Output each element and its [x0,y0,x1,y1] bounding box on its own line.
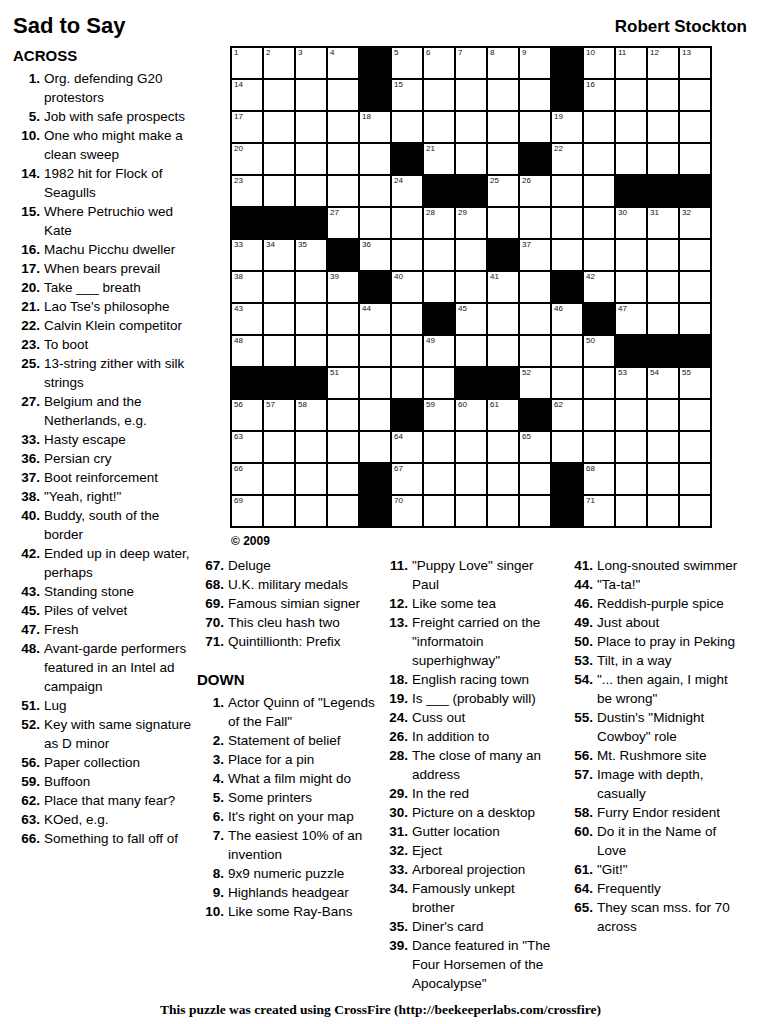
grid-cell[interactable]: 12 [648,48,678,78]
grid-cell[interactable] [520,304,550,334]
grid-cell[interactable]: 16 [584,80,614,110]
grid-cell[interactable]: 38 [232,272,262,302]
clue-text: Long-snouted swimmer [597,556,738,575]
cell-number: 59 [426,400,435,410]
grid-cell[interactable]: 56 [232,400,262,430]
grid-cell[interactable]: 42 [584,272,614,302]
grid-cell[interactable]: 11 [616,48,646,78]
grid-cell[interactable] [680,144,710,174]
clue-number: 64. [566,879,597,898]
grid-cell[interactable] [616,400,646,430]
across-clue-5: 5.Job with safe prospects [13,107,193,126]
grid-cell[interactable]: 35 [296,240,326,270]
grid-cell[interactable] [680,432,710,462]
grid-cell[interactable] [648,304,678,334]
grid-cell[interactable] [552,336,582,366]
grid-cell[interactable] [328,496,358,526]
cell-number: 3 [298,48,302,58]
across-clue-21: 21.Lao Tse's philosophe [13,297,193,316]
grid-cell[interactable] [488,464,518,494]
grid-cell[interactable]: 63 [232,432,262,462]
grid-cell[interactable]: 57 [264,400,294,430]
grid-cell[interactable] [584,240,614,270]
grid-cell[interactable] [456,336,486,366]
clue-text: English racing town [412,670,561,689]
cell-number: 42 [586,272,595,282]
grid-cell[interactable]: 50 [584,336,614,366]
clue-number: 8. [197,864,228,883]
down-clue-57: 57.Image with depth, casually [566,765,738,803]
black-cell [360,496,390,526]
clue-text: In addition to [412,727,561,746]
grid-cell[interactable]: 18 [360,112,390,142]
cell-number: 68 [586,464,595,474]
grid-cell[interactable]: 4 [328,48,358,78]
grid-cell[interactable]: 39 [328,272,358,302]
grid-cell[interactable]: 47 [616,304,646,334]
grid-cell[interactable] [328,432,358,462]
grid-cell[interactable] [328,464,358,494]
cell-number: 6 [426,48,430,58]
grid-cell[interactable] [616,496,646,526]
grid-cell[interactable]: 15 [392,80,422,110]
down-clue-32: 32.Eject [381,841,561,860]
clue-number: 48. [13,639,44,696]
grid-cell[interactable]: 9 [520,48,550,78]
clue-text: To boot [44,335,193,354]
grid-cell[interactable] [424,240,454,270]
grid-cell[interactable] [328,336,358,366]
across-clue-33: 33.Hasty escape [13,430,193,449]
grid-cell[interactable] [424,112,454,142]
grid-cell[interactable]: 44 [360,304,390,334]
down-clue-11: 11."Puppy Love" singer Paul [381,556,561,594]
grid-cell[interactable] [328,176,358,206]
grid-cell[interactable]: 62 [552,400,582,430]
grid-cell[interactable]: 32 [680,208,710,238]
clue-text: "Ta-ta!" [597,575,738,594]
across-clue-22: 22.Calvin Klein competitor [13,316,193,335]
grid-cell[interactable] [488,336,518,366]
grid-cell[interactable] [520,208,550,238]
clue-number: 40. [13,506,44,544]
grid-cell[interactable] [616,112,646,142]
grid-cell[interactable] [552,432,582,462]
black-cell [520,400,550,430]
clue-number: 61. [566,860,597,879]
grid-cell[interactable] [584,176,614,206]
clue-number: 42. [13,544,44,582]
grid-cell[interactable] [680,400,710,430]
clue-number: 46. [566,594,597,613]
grid-cell[interactable] [360,176,390,206]
grid-cell[interactable]: 49 [424,336,454,366]
clue-text: Lug [44,696,193,715]
clue-text: When bears prevail [44,259,193,278]
grid-cell[interactable] [616,432,646,462]
grid-cell[interactable]: 54 [648,368,678,398]
grid-cell[interactable] [648,144,678,174]
grid-cell[interactable] [488,144,518,174]
down-clue-list-3: 41.Long-snouted swimmer44."Ta-ta!"46.Red… [566,556,738,936]
grid-cell[interactable]: 61 [488,400,518,430]
grid-cell[interactable] [392,112,422,142]
grid-cell[interactable] [456,432,486,462]
grid-cell[interactable] [296,144,326,174]
grid-cell[interactable] [584,208,614,238]
grid-cell[interactable] [328,80,358,110]
grid-cell[interactable]: 67 [392,464,422,494]
clue-number: 13. [381,613,412,670]
grid-cell[interactable]: 66 [232,464,262,494]
across-clue-40: 40.Buddy, south of the border [13,506,193,544]
grid-cell[interactable]: 19 [552,112,582,142]
grid-cell[interactable] [328,112,358,142]
grid-cell[interactable] [552,240,582,270]
grid-cell[interactable] [456,80,486,110]
copyright-text: © 2009 [231,534,270,548]
grid-cell[interactable] [296,176,326,206]
grid-cell[interactable]: 69 [232,496,262,526]
grid-cell[interactable]: 52 [520,368,550,398]
black-cell [328,240,358,270]
grid-cell[interactable] [648,272,678,302]
grid-cell[interactable] [424,272,454,302]
grid-cell[interactable] [520,336,550,366]
cell-number: 8 [490,48,494,58]
grid-cell[interactable]: 10 [584,48,614,78]
down-clue-61: 61."Git!" [566,860,738,879]
grid-cell[interactable] [648,400,678,430]
grid-cell[interactable] [296,432,326,462]
clue-number: 54. [566,670,597,708]
grid-cell[interactable] [264,304,294,334]
grid-cell[interactable] [520,496,550,526]
grid-cell[interactable] [584,368,614,398]
clue-number: 37. [13,468,44,487]
grid-cell[interactable]: 65 [520,432,550,462]
across-clue-70: 70.This cleu hash two [197,613,375,632]
grid-cell[interactable]: 22 [552,144,582,174]
grid-cell[interactable]: 31 [648,208,678,238]
grid-cell[interactable]: 34 [264,240,294,270]
black-cell [296,368,326,398]
grid-cell[interactable] [328,400,358,430]
grid-cell[interactable] [392,208,422,238]
clue-text: 1982 hit for Flock of Seagulls [44,164,193,202]
cell-number: 24 [394,176,403,186]
clue-number: 59. [13,772,44,791]
grid-cell[interactable]: 21 [424,144,454,174]
grid-cell[interactable] [648,464,678,494]
cell-number: 17 [234,112,243,122]
grid-cell[interactable] [360,336,390,366]
grid-cell[interactable] [296,80,326,110]
grid-cell[interactable]: 55 [680,368,710,398]
grid-cell[interactable] [296,112,326,142]
down-clue-39: 39.Dance featured in "The Four Horsemen … [381,936,561,993]
grid-cell[interactable]: 45 [456,304,486,334]
grid-cell[interactable]: 36 [360,240,390,270]
grid-cell[interactable]: 6 [424,48,454,78]
grid-cell[interactable] [584,112,614,142]
grid-cell[interactable] [456,112,486,142]
grid-cell[interactable] [392,368,422,398]
grid-cell[interactable] [360,432,390,462]
grid-cell[interactable]: 5 [392,48,422,78]
clue-number: 7. [197,826,228,864]
grid-cell[interactable] [264,432,294,462]
cell-number: 50 [586,336,595,346]
across-clue-25: 25.13-string zither with silk strings [13,354,193,392]
grid-cell[interactable] [488,496,518,526]
grid-cell[interactable] [648,496,678,526]
grid-cell[interactable]: 14 [232,80,262,110]
grid-cell[interactable]: 28 [424,208,454,238]
clue-number: 56. [566,746,597,765]
grid-cell[interactable] [264,112,294,142]
grid-cell[interactable]: 60 [456,400,486,430]
across-clue-37: 37.Boot reinforcement [13,468,193,487]
down-clue-55: 55.Dustin's "Midnight Cowboy" role [566,708,738,746]
grid-cell[interactable] [296,336,326,366]
grid-cell[interactable] [456,144,486,174]
down-clue-41: 41.Long-snouted swimmer [566,556,738,575]
grid-cell[interactable] [648,112,678,142]
clue-number: 39. [381,936,412,993]
grid-cell[interactable] [424,464,454,494]
grid-cell[interactable] [296,464,326,494]
cell-number: 2 [266,48,270,58]
grid-cell[interactable] [584,432,614,462]
grid-cell[interactable] [424,80,454,110]
grid-cell[interactable] [680,272,710,302]
grid-cell[interactable] [488,112,518,142]
cell-number: 55 [682,368,691,378]
grid-cell[interactable]: 13 [680,48,710,78]
grid-cell[interactable]: 70 [392,496,422,526]
grid-cell[interactable] [264,80,294,110]
clue-number: 25. [13,354,44,392]
grid-cell[interactable]: 53 [616,368,646,398]
clue-text: Arboreal projection [412,860,561,879]
grid-cell[interactable] [328,304,358,334]
grid-cell[interactable]: 24 [392,176,422,206]
grid-cell[interactable] [616,272,646,302]
grid-cell[interactable] [488,304,518,334]
grid-cell[interactable] [392,336,422,366]
grid-cell[interactable] [456,496,486,526]
grid-cell[interactable] [360,144,390,174]
down-clue-7: 7.The easiest 10% of an invention [197,826,375,864]
cell-number: 45 [458,304,467,314]
grid-cell[interactable]: 2 [264,48,294,78]
crossword-grid: 1234567891011121314151617181920212223242… [230,46,712,528]
across-clues-column: ACROSS 1.Org. defending G20 protestors5.… [13,46,193,848]
grid-cell[interactable]: 40 [392,272,422,302]
cell-number: 49 [426,336,435,346]
clue-text: This cleu hash two [228,613,375,632]
across-clue-51: 51.Lug [13,696,193,715]
cell-number: 14 [234,80,243,90]
clue-text: What a film might do [228,769,375,788]
grid-cell[interactable]: 64 [392,432,422,462]
across-clue-list-1: 1.Org. defending G20 protestors5.Job wit… [13,69,193,848]
across-clue-67: 67.Deluge [197,556,375,575]
grid-cell[interactable] [616,240,646,270]
grid-cell[interactable]: 37 [520,240,550,270]
grid-cell[interactable] [360,400,390,430]
grid-cell[interactable] [520,464,550,494]
grid-cell[interactable] [488,208,518,238]
down-clue-18: 18.English racing town [381,670,561,689]
grid-cell[interactable] [680,304,710,334]
grid-cell[interactable]: 3 [296,48,326,78]
grid-cell[interactable] [360,368,390,398]
grid-cell[interactable] [264,496,294,526]
grid-cell[interactable] [264,144,294,174]
grid-cell[interactable]: 17 [232,112,262,142]
grid-cell[interactable]: 26 [520,176,550,206]
grid-cell[interactable] [392,240,422,270]
grid-cell[interactable] [616,80,646,110]
down-clue-list-2: 11."Puppy Love" singer Paul12.Like some … [381,556,561,993]
grid-cell[interactable] [520,272,550,302]
across-clue-43: 43.Standing stone [13,582,193,601]
grid-cell[interactable] [584,144,614,174]
black-cell [360,48,390,78]
grid-cell[interactable] [680,80,710,110]
cell-number: 56 [234,400,243,410]
grid-cell[interactable] [424,496,454,526]
grid-cell[interactable]: 46 [552,304,582,334]
clue-text: Place for a pin [228,750,375,769]
clue-number: 26. [381,727,412,746]
across-clue-69: 69.Famous simian signer [197,594,375,613]
cell-number: 34 [266,240,275,250]
grid-cell[interactable] [680,496,710,526]
grid-cell[interactable] [488,80,518,110]
black-cell [616,176,646,206]
grid-cell[interactable] [648,80,678,110]
grid-cell[interactable] [296,496,326,526]
grid-cell[interactable]: 23 [232,176,262,206]
across-clue-1: 1.Org. defending G20 protestors [13,69,193,107]
black-cell [616,336,646,366]
clue-number: 35. [381,917,412,936]
grid-cell[interactable]: 7 [456,48,486,78]
grid-cell[interactable] [456,272,486,302]
grid-cell[interactable]: 8 [488,48,518,78]
clue-text: Belgium and the Netherlands, e.g. [44,392,193,430]
clue-number: 36. [13,449,44,468]
grid-cell[interactable]: 43 [232,304,262,334]
grid-cell[interactable] [392,304,422,334]
grid-cell[interactable]: 27 [328,208,358,238]
grid-cell[interactable] [360,208,390,238]
grid-cell[interactable] [552,368,582,398]
grid-cell[interactable] [680,240,710,270]
clue-number: 43. [13,582,44,601]
grid-cell[interactable]: 20 [232,144,262,174]
grid-cell[interactable] [552,176,582,206]
grid-cell[interactable] [424,368,454,398]
grid-cell[interactable]: 51 [328,368,358,398]
cell-number: 64 [394,432,403,442]
grid-cell[interactable]: 71 [584,496,614,526]
grid-cell[interactable] [680,464,710,494]
black-cell [680,176,710,206]
grid-cell[interactable]: 59 [424,400,454,430]
clue-text: Avant-garde performers featured in an In… [44,639,193,696]
across-clue-63: 63.KOed, e.g. [13,810,193,829]
grid-cell[interactable]: 30 [616,208,646,238]
grid-cell[interactable] [648,432,678,462]
puzzle-author: Robert Stockton [615,17,747,37]
grid-cell[interactable]: 68 [584,464,614,494]
clue-text: It's right on your map [228,807,375,826]
grid-cell[interactable] [520,112,550,142]
cell-number: 57 [266,400,275,410]
down-clue-26: 26.In addition to [381,727,561,746]
grid-cell[interactable]: 1 [232,48,262,78]
clue-text: Diner's card [412,917,561,936]
black-cell [424,176,454,206]
cell-number: 12 [650,48,659,58]
grid-cell[interactable] [584,400,614,430]
down-header: DOWN [197,670,375,689]
grid-cell[interactable] [680,112,710,142]
grid-cell[interactable] [648,240,678,270]
grid-cell[interactable] [552,208,582,238]
cell-number: 38 [234,272,243,282]
grid-cell[interactable] [520,80,550,110]
grid-cell[interactable]: 29 [456,208,486,238]
black-cell [648,336,678,366]
grid-cell[interactable] [328,144,358,174]
across-clue-10: 10.One who might make a clean sweep [13,126,193,164]
grid-cell[interactable] [264,176,294,206]
grid-cell[interactable] [456,464,486,494]
grid-cell[interactable] [616,144,646,174]
grid-cell[interactable] [456,240,486,270]
clue-text: KOed, e.g. [44,810,193,829]
clue-number: 31. [381,822,412,841]
grid-cell[interactable]: 41 [488,272,518,302]
grid-cell[interactable] [616,464,646,494]
clue-number: 29. [381,784,412,803]
grid-cell[interactable]: 25 [488,176,518,206]
grid-cell[interactable] [296,272,326,302]
grid-cell[interactable] [264,464,294,494]
grid-cell[interactable] [264,272,294,302]
grid-cell[interactable] [424,432,454,462]
grid-cell[interactable]: 48 [232,336,262,366]
grid-cell[interactable]: 58 [296,400,326,430]
grid-cell[interactable]: 33 [232,240,262,270]
grid-cell[interactable] [296,304,326,334]
across-clue-56: 56.Paper collection [13,753,193,772]
grid-cell[interactable] [264,336,294,366]
grid-cell[interactable] [488,432,518,462]
black-cell [232,208,262,238]
cell-number: 47 [618,304,627,314]
cell-number: 18 [362,112,371,122]
clue-number: 47. [13,620,44,639]
clue-number: 50. [566,632,597,651]
clue-text: Reddish-purple spice [597,594,738,613]
across-clue-48: 48.Avant-garde performers featured in an… [13,639,193,696]
